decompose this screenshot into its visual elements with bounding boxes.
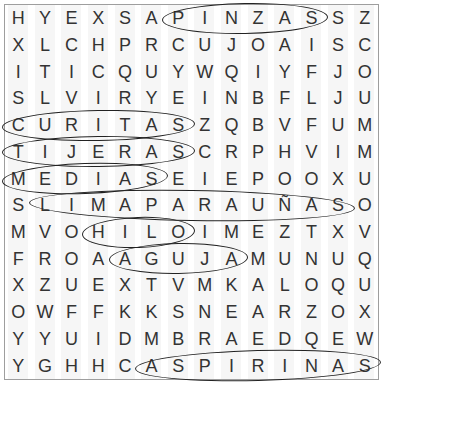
grid-cell: S [165, 139, 192, 166]
grid-cell: U [58, 326, 85, 353]
grid-cell: J [325, 58, 352, 85]
grid-cell: I [85, 326, 112, 353]
grid-cell: M [85, 192, 112, 219]
grid-cell: P [138, 192, 165, 219]
grid-cell: Z [32, 272, 59, 299]
grid-cell: E [32, 165, 59, 192]
grid-cell: K [138, 299, 165, 326]
letter-grid: HYEXSAPINZASSZXLCHPRCUJOAISCITICQUYWQIYF… [5, 5, 378, 379]
grid-cell: J [325, 85, 352, 112]
grid-cell: P [245, 165, 272, 192]
grid-cell: M [351, 112, 378, 139]
grid-cell: I [191, 85, 218, 112]
grid-cell: A [112, 165, 139, 192]
grid-cell: X [112, 272, 139, 299]
grid-cell: Z [271, 219, 298, 246]
grid-cell: E [165, 165, 192, 192]
grid-cell: A [298, 192, 325, 219]
grid-cell: F [271, 85, 298, 112]
grid-cell: I [58, 192, 85, 219]
grid-cell: A [85, 245, 112, 272]
grid-cell: A [138, 5, 165, 32]
grid-cell: Q [218, 58, 245, 85]
grid-cell: D [271, 326, 298, 353]
grid-cell: I [32, 139, 59, 166]
grid-cell: S [112, 5, 139, 32]
grid-cell: J [58, 139, 85, 166]
grid-cell: R [191, 192, 218, 219]
grid-cell: U [32, 112, 59, 139]
grid-cell: I [298, 32, 325, 59]
grid-cell: V [351, 219, 378, 246]
grid-cell: T [112, 112, 139, 139]
grid-cell: Z [245, 5, 272, 32]
grid-cell: I [218, 352, 245, 379]
grid-cell: Y [138, 85, 165, 112]
grid-cell: R [138, 32, 165, 59]
grid-cell: D [58, 165, 85, 192]
grid-cell: Y [32, 5, 59, 32]
grid-cell: M [191, 272, 218, 299]
grid-cell: Y [32, 326, 59, 353]
grid-cell: R [32, 245, 59, 272]
grid-cell: H [5, 5, 32, 32]
grid-cell: L [32, 32, 59, 59]
grid-cell: A [271, 32, 298, 59]
grid-cell: X [5, 32, 32, 59]
grid-cell: U [138, 58, 165, 85]
grid-cell: Z [351, 5, 378, 32]
grid-cell: S [325, 192, 352, 219]
grid-cell: O [271, 165, 298, 192]
grid-cell: U [58, 272, 85, 299]
grid-cell: N [218, 85, 245, 112]
grid-cell: I [58, 58, 85, 85]
grid-cell: L [271, 272, 298, 299]
grid-cell: A [138, 139, 165, 166]
grid-cell: I [5, 58, 32, 85]
grid-cell: X [325, 165, 352, 192]
grid-cell: H [85, 219, 112, 246]
grid-cell: F [85, 299, 112, 326]
grid-cell: U [351, 272, 378, 299]
grid-cell: P [191, 352, 218, 379]
grid-cell: Y [5, 352, 32, 379]
grid-cell: O [245, 32, 272, 59]
grid-cell: O [58, 219, 85, 246]
grid-cell: A [138, 352, 165, 379]
grid-cell: I [191, 219, 218, 246]
grid-cell: O [58, 245, 85, 272]
grid-cell: A [218, 326, 245, 353]
grid-cell: M [245, 245, 272, 272]
grid-cell: F [298, 58, 325, 85]
grid-cell: E [218, 299, 245, 326]
grid-cell: O [298, 165, 325, 192]
grid-cell: Q [218, 112, 245, 139]
grid-cell: I [245, 58, 272, 85]
grid-cell: C [58, 32, 85, 59]
grid-cell: A [271, 5, 298, 32]
grid-cell: Q [298, 326, 325, 353]
grid-cell: J [218, 32, 245, 59]
grid-cell: W [351, 326, 378, 353]
grid-cell: S [298, 5, 325, 32]
grid-cell: N [191, 299, 218, 326]
grid-cell: Z [298, 299, 325, 326]
grid-cell: S [325, 32, 352, 59]
grid-cell: N [218, 5, 245, 32]
grid-cell: R [112, 85, 139, 112]
grid-cell: A [112, 245, 139, 272]
grid-cell: U [351, 165, 378, 192]
grid-cell: G [32, 352, 59, 379]
grid-cell: P [165, 5, 192, 32]
grid-cell: P [245, 139, 272, 166]
grid-cell: L [32, 85, 59, 112]
grid-cell: T [32, 58, 59, 85]
grid-cell: V [32, 219, 59, 246]
grid-cell: S [5, 85, 32, 112]
grid-cell: A [245, 299, 272, 326]
grid-cell: O [298, 272, 325, 299]
grid-cell: M [351, 139, 378, 166]
grid-cell: A [165, 192, 192, 219]
grid-cell: I [85, 112, 112, 139]
grid-cell: V [271, 112, 298, 139]
grid-cell: U [325, 245, 352, 272]
grid-cell: E [165, 85, 192, 112]
grid-cell: M [138, 326, 165, 353]
grid-cell: R [245, 352, 272, 379]
grid-cell: I [85, 85, 112, 112]
grid-cell: C [112, 352, 139, 379]
grid-cell: E [325, 326, 352, 353]
grid-cell: T [138, 272, 165, 299]
grid-cell: L [298, 85, 325, 112]
grid-cell: C [165, 32, 192, 59]
grid-cell: E [218, 165, 245, 192]
grid-cell: T [298, 219, 325, 246]
grid-cell: H [58, 352, 85, 379]
grid-cell: A [325, 352, 352, 379]
grid-cell: N [298, 352, 325, 379]
grid-cell: B [245, 85, 272, 112]
grid-cell: A [138, 112, 165, 139]
word-search-board: HYEXSAPINZASSZXLCHPRCUJOAISCITICQUYWQIYF… [4, 4, 379, 380]
grid-cell: T [5, 139, 32, 166]
grid-cell: I [191, 5, 218, 32]
grid-cell: A [245, 272, 272, 299]
grid-cell: O [165, 219, 192, 246]
grid-cell: A [218, 245, 245, 272]
grid-cell: I [325, 139, 352, 166]
grid-cell: S [351, 352, 378, 379]
grid-cell: Y [165, 58, 192, 85]
grid-cell: C [191, 139, 218, 166]
grid-cell: S [165, 112, 192, 139]
grid-cell: Ñ [271, 192, 298, 219]
grid-cell: I [85, 165, 112, 192]
grid-cell: M [5, 165, 32, 192]
grid-cell: U [191, 32, 218, 59]
grid-cell: E [58, 5, 85, 32]
grid-cell: E [245, 326, 272, 353]
grid-cell: S [165, 299, 192, 326]
grid-cell: U [165, 245, 192, 272]
grid-cell: C [85, 58, 112, 85]
grid-cell: O [351, 58, 378, 85]
grid-cell: N [298, 245, 325, 272]
grid-cell: K [218, 272, 245, 299]
grid-cell: X [351, 299, 378, 326]
grid-cell: R [191, 326, 218, 353]
grid-cell: R [218, 139, 245, 166]
grid-cell: D [112, 326, 139, 353]
grid-cell: V [165, 272, 192, 299]
grid-cell: C [351, 32, 378, 59]
grid-cell: Z [191, 112, 218, 139]
grid-cell: M [218, 219, 245, 246]
grid-cell: O [5, 299, 32, 326]
grid-cell: U [325, 112, 352, 139]
grid-cell: V [58, 85, 85, 112]
grid-cell: F [298, 112, 325, 139]
grid-cell: Q [351, 245, 378, 272]
grid-cell: U [351, 85, 378, 112]
grid-cell: Y [5, 326, 32, 353]
grid-cell: I [271, 352, 298, 379]
grid-cell: E [245, 219, 272, 246]
grid-cell: L [138, 219, 165, 246]
grid-cell: S [5, 192, 32, 219]
grid-cell: K [112, 299, 139, 326]
grid-cell: R [271, 299, 298, 326]
grid-cell: R [58, 112, 85, 139]
grid-cell: F [5, 245, 32, 272]
grid-cell: P [112, 32, 139, 59]
grid-cell: B [245, 112, 272, 139]
grid-cell: C [5, 112, 32, 139]
grid-cell: Y [271, 58, 298, 85]
grid-cell: V [298, 139, 325, 166]
grid-cell: I [112, 219, 139, 246]
grid-cell: H [271, 139, 298, 166]
grid-cell: S [165, 352, 192, 379]
grid-cell: S [138, 165, 165, 192]
grid-cell: I [191, 165, 218, 192]
word-search-puzzle: HYEXSAPINZASSZXLCHPRCUJOAISCITICQUYWQIYF… [0, 0, 452, 430]
grid-cell: F [58, 299, 85, 326]
grid-cell: L [32, 192, 59, 219]
grid-cell: M [5, 219, 32, 246]
grid-cell: B [165, 326, 192, 353]
grid-cell: W [32, 299, 59, 326]
grid-cell: H [85, 32, 112, 59]
grid-cell: X [85, 5, 112, 32]
grid-cell: H [85, 352, 112, 379]
grid-cell: X [5, 272, 32, 299]
grid-cell: E [85, 272, 112, 299]
grid-cell: W [191, 58, 218, 85]
grid-cell: R [112, 139, 139, 166]
grid-cell: X [325, 219, 352, 246]
grid-cell: O [351, 192, 378, 219]
grid-cell: E [85, 139, 112, 166]
grid-cell: G [138, 245, 165, 272]
grid-cell: A [218, 192, 245, 219]
grid-cell: A [112, 192, 139, 219]
grid-cell: U [245, 192, 272, 219]
grid-cell: J [191, 245, 218, 272]
grid-cell: S [325, 5, 352, 32]
grid-cell: Q [325, 272, 352, 299]
grid-cell: U [271, 245, 298, 272]
grid-cell: Q [112, 58, 139, 85]
grid-cell: O [325, 299, 352, 326]
